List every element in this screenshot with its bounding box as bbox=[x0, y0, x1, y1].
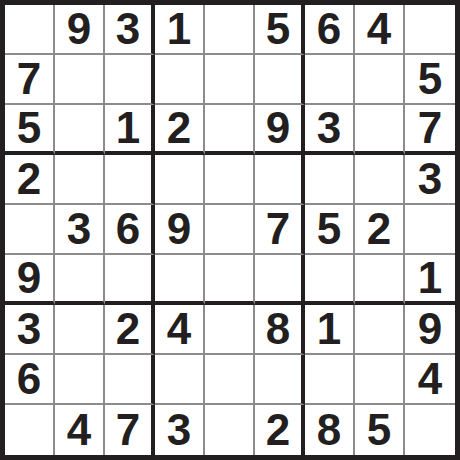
cell-r6c4-empty[interactable] bbox=[155, 255, 205, 305]
cell-r5c8-given: 2 bbox=[355, 205, 405, 255]
cell-r1c7-given: 6 bbox=[305, 5, 355, 55]
cell-r3c5-empty[interactable] bbox=[205, 105, 255, 155]
cell-r1c5-empty[interactable] bbox=[205, 5, 255, 55]
cell-r3c7-given: 3 bbox=[305, 105, 355, 155]
cell-r1c6-given: 5 bbox=[255, 5, 305, 55]
cell-r4c4-empty[interactable] bbox=[155, 155, 205, 205]
cell-r7c1-given: 3 bbox=[5, 305, 55, 355]
cell-r3c6-given: 9 bbox=[255, 105, 305, 155]
cell-r1c9-empty[interactable] bbox=[405, 5, 455, 55]
cell-r3c4-given: 2 bbox=[155, 105, 205, 155]
cell-r2c2-empty[interactable] bbox=[55, 55, 105, 105]
cell-r7c2-empty[interactable] bbox=[55, 305, 105, 355]
cell-r8c7-empty[interactable] bbox=[305, 355, 355, 405]
cell-r3c2-empty[interactable] bbox=[55, 105, 105, 155]
cell-r4c3-empty[interactable] bbox=[105, 155, 155, 205]
cell-r2c1-given: 7 bbox=[5, 55, 55, 105]
cell-r7c4-given: 4 bbox=[155, 305, 205, 355]
cell-r3c8-empty[interactable] bbox=[355, 105, 405, 155]
sudoku-board: 93156475512937233697529132481964473285 bbox=[0, 0, 460, 460]
cell-r2c7-empty[interactable] bbox=[305, 55, 355, 105]
cell-r4c5-empty[interactable] bbox=[205, 155, 255, 205]
cell-r7c5-empty[interactable] bbox=[205, 305, 255, 355]
cell-r5c6-given: 7 bbox=[255, 205, 305, 255]
cell-r7c9-given: 9 bbox=[405, 305, 455, 355]
cell-r6c7-empty[interactable] bbox=[305, 255, 355, 305]
cell-r6c3-empty[interactable] bbox=[105, 255, 155, 305]
cell-r4c9-given: 3 bbox=[405, 155, 455, 205]
cell-r1c1-empty[interactable] bbox=[5, 5, 55, 55]
cell-r3c3-given: 1 bbox=[105, 105, 155, 155]
cell-r4c8-empty[interactable] bbox=[355, 155, 405, 205]
cell-r6c2-empty[interactable] bbox=[55, 255, 105, 305]
cell-r9c1-empty[interactable] bbox=[5, 405, 55, 455]
cell-r2c8-empty[interactable] bbox=[355, 55, 405, 105]
cell-r9c6-given: 2 bbox=[255, 405, 305, 455]
cell-r8c1-given: 6 bbox=[5, 355, 55, 405]
cell-r5c7-given: 5 bbox=[305, 205, 355, 255]
cell-r6c1-given: 9 bbox=[5, 255, 55, 305]
cell-r8c2-empty[interactable] bbox=[55, 355, 105, 405]
cell-r8c8-empty[interactable] bbox=[355, 355, 405, 405]
cell-r5c2-given: 3 bbox=[55, 205, 105, 255]
cell-r8c9-given: 4 bbox=[405, 355, 455, 405]
cell-r9c9-empty[interactable] bbox=[405, 405, 455, 455]
cell-r6c9-given: 1 bbox=[405, 255, 455, 305]
cell-r1c8-given: 4 bbox=[355, 5, 405, 55]
cell-r9c3-given: 7 bbox=[105, 405, 155, 455]
cell-r6c6-empty[interactable] bbox=[255, 255, 305, 305]
cell-r7c6-given: 8 bbox=[255, 305, 305, 355]
cell-r7c7-given: 1 bbox=[305, 305, 355, 355]
cell-r4c7-empty[interactable] bbox=[305, 155, 355, 205]
cell-r4c1-given: 2 bbox=[5, 155, 55, 205]
cell-r6c8-empty[interactable] bbox=[355, 255, 405, 305]
cell-r9c7-given: 8 bbox=[305, 405, 355, 455]
cell-r2c3-empty[interactable] bbox=[105, 55, 155, 105]
cell-r8c5-empty[interactable] bbox=[205, 355, 255, 405]
cell-r1c4-given: 1 bbox=[155, 5, 205, 55]
cell-r3c9-given: 7 bbox=[405, 105, 455, 155]
cell-r1c3-given: 3 bbox=[105, 5, 155, 55]
cell-r2c9-given: 5 bbox=[405, 55, 455, 105]
cell-r9c2-given: 4 bbox=[55, 405, 105, 455]
cell-r2c5-empty[interactable] bbox=[205, 55, 255, 105]
cell-r2c4-empty[interactable] bbox=[155, 55, 205, 105]
cell-r9c8-given: 5 bbox=[355, 405, 405, 455]
cell-r5c5-empty[interactable] bbox=[205, 205, 255, 255]
cell-r7c8-empty[interactable] bbox=[355, 305, 405, 355]
cell-r8c3-empty[interactable] bbox=[105, 355, 155, 405]
cell-r8c4-empty[interactable] bbox=[155, 355, 205, 405]
cell-r9c4-given: 3 bbox=[155, 405, 205, 455]
cell-r5c3-given: 6 bbox=[105, 205, 155, 255]
cell-r1c2-given: 9 bbox=[55, 5, 105, 55]
cell-r6c5-empty[interactable] bbox=[205, 255, 255, 305]
cell-r4c2-empty[interactable] bbox=[55, 155, 105, 205]
cell-r9c5-empty[interactable] bbox=[205, 405, 255, 455]
cell-r5c9-empty[interactable] bbox=[405, 205, 455, 255]
cell-r5c4-given: 9 bbox=[155, 205, 205, 255]
cell-r3c1-given: 5 bbox=[5, 105, 55, 155]
cell-r5c1-empty[interactable] bbox=[5, 205, 55, 255]
cell-r7c3-given: 2 bbox=[105, 305, 155, 355]
cell-r8c6-empty[interactable] bbox=[255, 355, 305, 405]
cell-r2c6-empty[interactable] bbox=[255, 55, 305, 105]
cell-r4c6-empty[interactable] bbox=[255, 155, 305, 205]
